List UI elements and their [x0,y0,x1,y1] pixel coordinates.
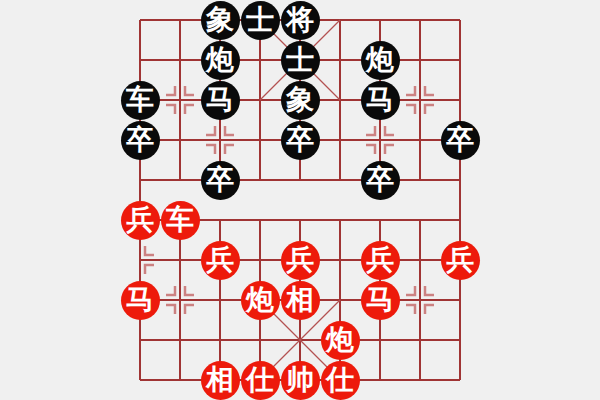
piece-red-elephant[interactable]: 相 [281,281,320,320]
piece-red-soldier[interactable]: 兵 [281,241,320,280]
piece-red-elephant[interactable]: 相 [201,361,240,400]
piece-red-horse[interactable]: 马 [121,281,160,320]
piece-black-soldier[interactable]: 卒 [361,161,400,200]
piece-black-cannon[interactable]: 炮 [361,41,400,80]
piece-black-general[interactable]: 将 [281,1,320,40]
board-intersections: 象士将炮士炮车马象马卒卒卒卒卒兵车兵兵兵兵马炮相马炮相仕帅仕 [120,0,480,400]
board-area: 象士将炮士炮车马象马卒卒卒卒卒兵车兵兵兵兵马炮相马炮相仕帅仕 [120,0,480,400]
piece-black-soldier[interactable]: 卒 [441,121,480,160]
piece-red-cannon[interactable]: 炮 [241,281,280,320]
piece-red-general[interactable]: 帅 [281,361,320,400]
piece-red-soldier[interactable]: 兵 [201,241,240,280]
piece-black-elephant[interactable]: 象 [281,81,320,120]
piece-red-soldier[interactable]: 兵 [121,201,160,240]
piece-black-horse[interactable]: 马 [201,81,240,120]
piece-black-chariot[interactable]: 车 [121,81,160,120]
piece-red-advisor[interactable]: 仕 [321,361,360,400]
piece-red-advisor[interactable]: 仕 [241,361,280,400]
piece-black-advisor[interactable]: 士 [241,1,280,40]
piece-red-soldier[interactable]: 兵 [441,241,480,280]
piece-black-soldier[interactable]: 卒 [201,161,240,200]
piece-black-advisor[interactable]: 士 [281,41,320,80]
piece-red-cannon[interactable]: 炮 [321,321,360,360]
piece-red-chariot[interactable]: 车 [161,201,200,240]
piece-red-soldier[interactable]: 兵 [361,241,400,280]
piece-black-horse[interactable]: 马 [361,81,400,120]
piece-black-cannon[interactable]: 炮 [201,41,240,80]
piece-red-horse[interactable]: 马 [361,281,400,320]
xiangqi-board: 象士将炮士炮车马象马卒卒卒卒卒兵车兵兵兵兵马炮相马炮相仕帅仕 [0,0,600,400]
piece-black-soldier[interactable]: 卒 [281,121,320,160]
piece-black-elephant[interactable]: 象 [201,1,240,40]
piece-black-soldier[interactable]: 卒 [121,121,160,160]
